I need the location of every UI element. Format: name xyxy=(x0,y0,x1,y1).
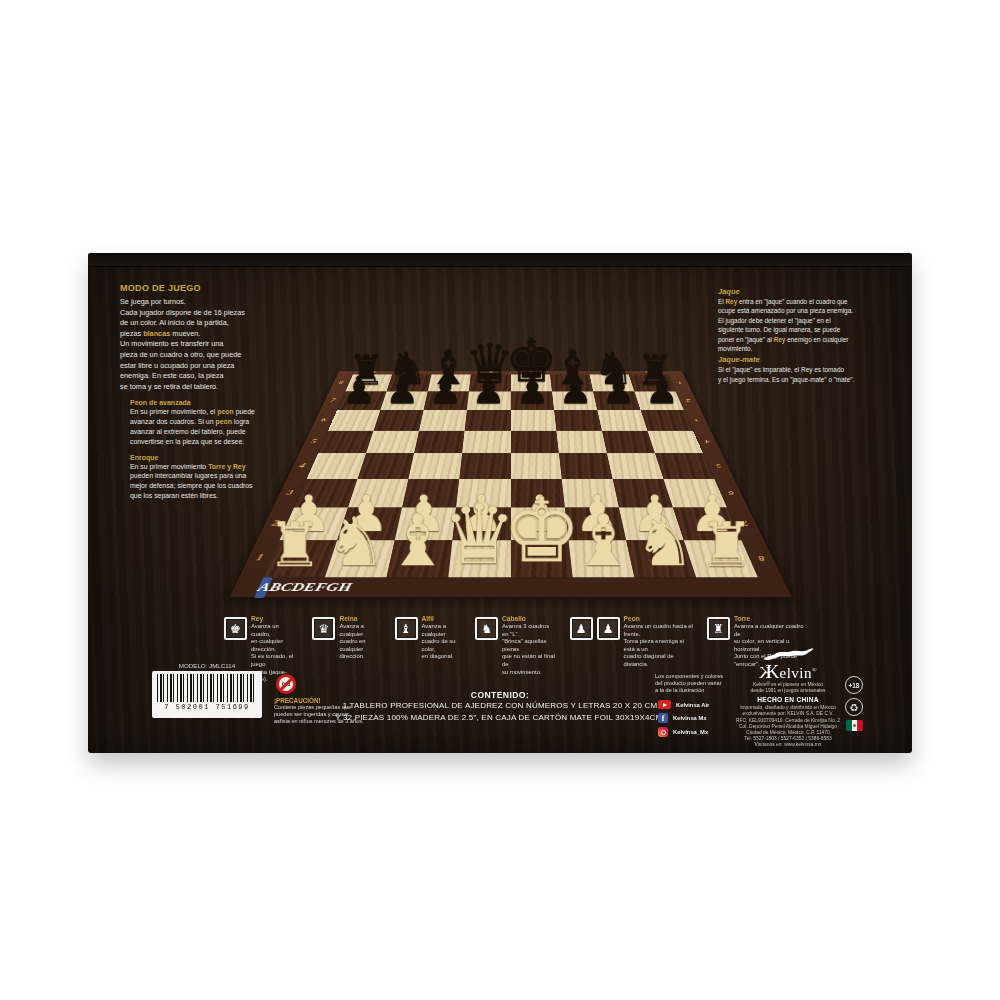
white-bishop-piece: ♝ xyxy=(386,505,450,576)
rules-intro-text: Se juega por turnos. Cada jugador dispon… xyxy=(120,297,338,392)
piece-move-icon: ♝ xyxy=(395,617,418,640)
square-e5 xyxy=(511,430,559,453)
social-links: Kelvinsa AirfKelvinsa MxKelvinsa_Mx xyxy=(658,700,709,737)
coordinate-label: H xyxy=(353,371,394,375)
coordinate-label: B xyxy=(588,371,628,375)
facebook-icon: f xyxy=(658,713,668,723)
square-c4 xyxy=(409,453,463,479)
contents-line1: 1 TABLERO PROFESIONAL DE AJEDREZ CON NÚM… xyxy=(326,700,674,712)
piece-description: Avanza 3 cuadros en "L". "Brinca" aquell… xyxy=(502,623,557,676)
piece-move-icon: ♞ xyxy=(475,617,498,640)
coordinate-label: A xyxy=(627,371,668,375)
square-g5 xyxy=(602,430,655,453)
piece-name: Torre xyxy=(734,615,810,622)
check-text: El Rey entra en "jaque" cuando el cuadro… xyxy=(718,297,894,353)
box-lid-edge xyxy=(88,253,912,267)
kelvin-logo: KKelvin® xyxy=(730,662,846,681)
white-king-piece: ♚ xyxy=(502,487,581,575)
square-e4 xyxy=(511,453,562,479)
tidyman-recycle-icon: ♻ xyxy=(845,698,863,716)
piece-description: Avanza a cualquier cuadro de su color, e… xyxy=(422,623,463,661)
made-in-label: HECHO EN CHINA xyxy=(730,696,846,703)
black-pawn-piece: ♟ xyxy=(385,371,419,409)
pawn-promotion-title: Peon de avanzada xyxy=(130,399,338,406)
coordinate-label: G xyxy=(392,371,432,375)
age-warning-icon: 0-3 xyxy=(276,674,296,694)
file-labels-bottom: ABCDEFGH xyxy=(254,577,273,598)
square-d6 xyxy=(465,410,511,431)
piece-move-icon: ♟ xyxy=(570,617,593,640)
square-e7: ♟ xyxy=(511,391,554,410)
square-f4 xyxy=(559,453,613,479)
square-d4 xyxy=(460,453,511,479)
mexico-flag-icon xyxy=(846,720,863,731)
square-f6 xyxy=(554,410,602,431)
square-b1: ♞ xyxy=(325,540,395,577)
black-pawn-piece: ♟ xyxy=(602,371,636,409)
square-b4 xyxy=(358,453,415,479)
square-b6 xyxy=(374,410,424,431)
check-title: Jaque xyxy=(718,287,894,296)
square-a7: ♟ xyxy=(337,391,386,410)
legend-text: AlfilAvanza a cualquier cuadro de su col… xyxy=(422,615,463,661)
social-handle: Kelvinsa Air xyxy=(676,702,709,708)
legend-text: CaballoAvanza 3 cuadros en "L". "Brinca"… xyxy=(502,615,557,676)
black-pawn-piece: ♟ xyxy=(429,371,463,409)
square-g7: ♟ xyxy=(593,391,640,410)
age-badge: +18 xyxy=(845,676,863,694)
black-pawn-piece: ♟ xyxy=(558,371,592,409)
mode-of-play-title: MODO DE JUEGO xyxy=(120,283,338,293)
white-knight-piece: ♞ xyxy=(635,509,695,576)
product-photo-background: MODO DE JUEGO Se juega por turnos. Cada … xyxy=(0,0,1000,1000)
social-handle: Kelvinsa_Mx xyxy=(673,729,708,735)
legend-item-caballo: ♞CaballoAvanza 3 cuadros en "L". "Brinca… xyxy=(475,615,557,684)
piece-description: Avanza un cuadro hacia el frente. Toma p… xyxy=(624,623,694,669)
black-pawn-piece: ♟ xyxy=(342,371,376,409)
checkmate-title: Jaque-mate xyxy=(718,355,894,364)
brand-tagline: Kelvin® es el pionero en México desde 19… xyxy=(730,682,846,694)
square-c7: ♟ xyxy=(424,391,469,410)
social-row-instagram: Kelvinsa_Mx xyxy=(658,727,709,737)
square-d5 xyxy=(462,430,510,453)
square-b5 xyxy=(366,430,419,453)
white-rook-piece: ♜ xyxy=(267,514,322,576)
barcode-digits: 7 502001 751699 xyxy=(157,703,257,711)
coordinate-label: C xyxy=(549,371,589,375)
jaguar-logo-icon xyxy=(761,647,815,662)
piece-move-icon: ♛ xyxy=(312,617,335,640)
coordinate-label: D xyxy=(511,371,550,375)
social-row-facebook: fKelvinsa Mx xyxy=(658,713,709,723)
piece-name: Peon xyxy=(624,615,694,622)
square-g4 xyxy=(607,453,664,479)
square-c5 xyxy=(414,430,465,453)
legend-text: ReinaAvanza a cualquier cuadro en cualqu… xyxy=(339,615,381,661)
piece-move-icon: ♟ xyxy=(597,617,620,640)
checkmate-text: Si el "jaque" es imparable, el Rey es to… xyxy=(718,365,894,384)
coordinate-label: E xyxy=(471,371,510,375)
square-b7: ♟ xyxy=(381,391,428,410)
square-e6 xyxy=(511,410,557,431)
file-labels-top: HGFEDCBA xyxy=(353,371,668,375)
rules-right-column: Jaque El Rey entra en "jaque" cuando el … xyxy=(718,287,894,384)
square-d7: ♟ xyxy=(467,391,510,410)
piece-name: Alfil xyxy=(422,615,463,622)
chess-box-back-panel: MODO DE JUEGO Se juega por turnos. Cada … xyxy=(88,253,912,753)
piece-name: Rey xyxy=(251,615,299,622)
piece-move-icon: ♚ xyxy=(224,617,247,640)
white-knight-piece: ♞ xyxy=(326,509,386,576)
black-pawn-piece: ♟ xyxy=(515,371,549,409)
piece-name: Caballo xyxy=(502,615,557,622)
model-number: MODELO: JMLC114 xyxy=(152,662,262,669)
brand-block: KKelvin® Kelvin® es el pionero en México… xyxy=(730,647,846,748)
square-c6 xyxy=(419,410,467,431)
barcode-bars xyxy=(157,674,257,702)
social-row-youtube: Kelvinsa Air xyxy=(658,700,709,709)
legend-item-alfil: ♝AlfilAvanza a cualquier cuadro de su co… xyxy=(395,615,463,684)
square-f1: ♝ xyxy=(568,540,634,577)
legend-text: PeonAvanza un cuadro hacia el frente. To… xyxy=(624,615,694,669)
piece-move-icon: ♜ xyxy=(707,617,730,640)
piece-name: Reina xyxy=(339,615,381,622)
instagram-icon xyxy=(658,727,668,737)
contents-title: CONTENIDO: xyxy=(326,690,674,700)
square-e1: ♚ xyxy=(511,540,573,577)
square-g6 xyxy=(597,410,647,431)
barcode: 7 502001 751699 xyxy=(152,671,262,718)
coordinate-label: F xyxy=(432,371,472,375)
square-f5 xyxy=(556,430,607,453)
square-a6 xyxy=(328,410,380,431)
square-g1: ♞ xyxy=(626,540,696,577)
piece-description: Avanza a cualquier cuadro en cualquier d… xyxy=(339,623,381,661)
contents-block: CONTENIDO: 1 TABLERO PROFESIONAL DE AJED… xyxy=(326,690,674,723)
square-f7: ♟ xyxy=(552,391,597,410)
youtube-icon xyxy=(658,700,671,709)
social-handle: Kelvinsa Mx xyxy=(673,715,707,721)
badges-column: +18 ♻ xyxy=(845,676,863,731)
contents-line2: Y 32 PIEZAS 100% MADERA DE 2.5", EN CAJA… xyxy=(326,712,674,724)
address-text: Importado, diseñado y distribuido en Méx… xyxy=(730,705,846,748)
white-bishop-piece: ♝ xyxy=(571,505,635,576)
black-pawn-piece: ♟ xyxy=(472,371,506,409)
